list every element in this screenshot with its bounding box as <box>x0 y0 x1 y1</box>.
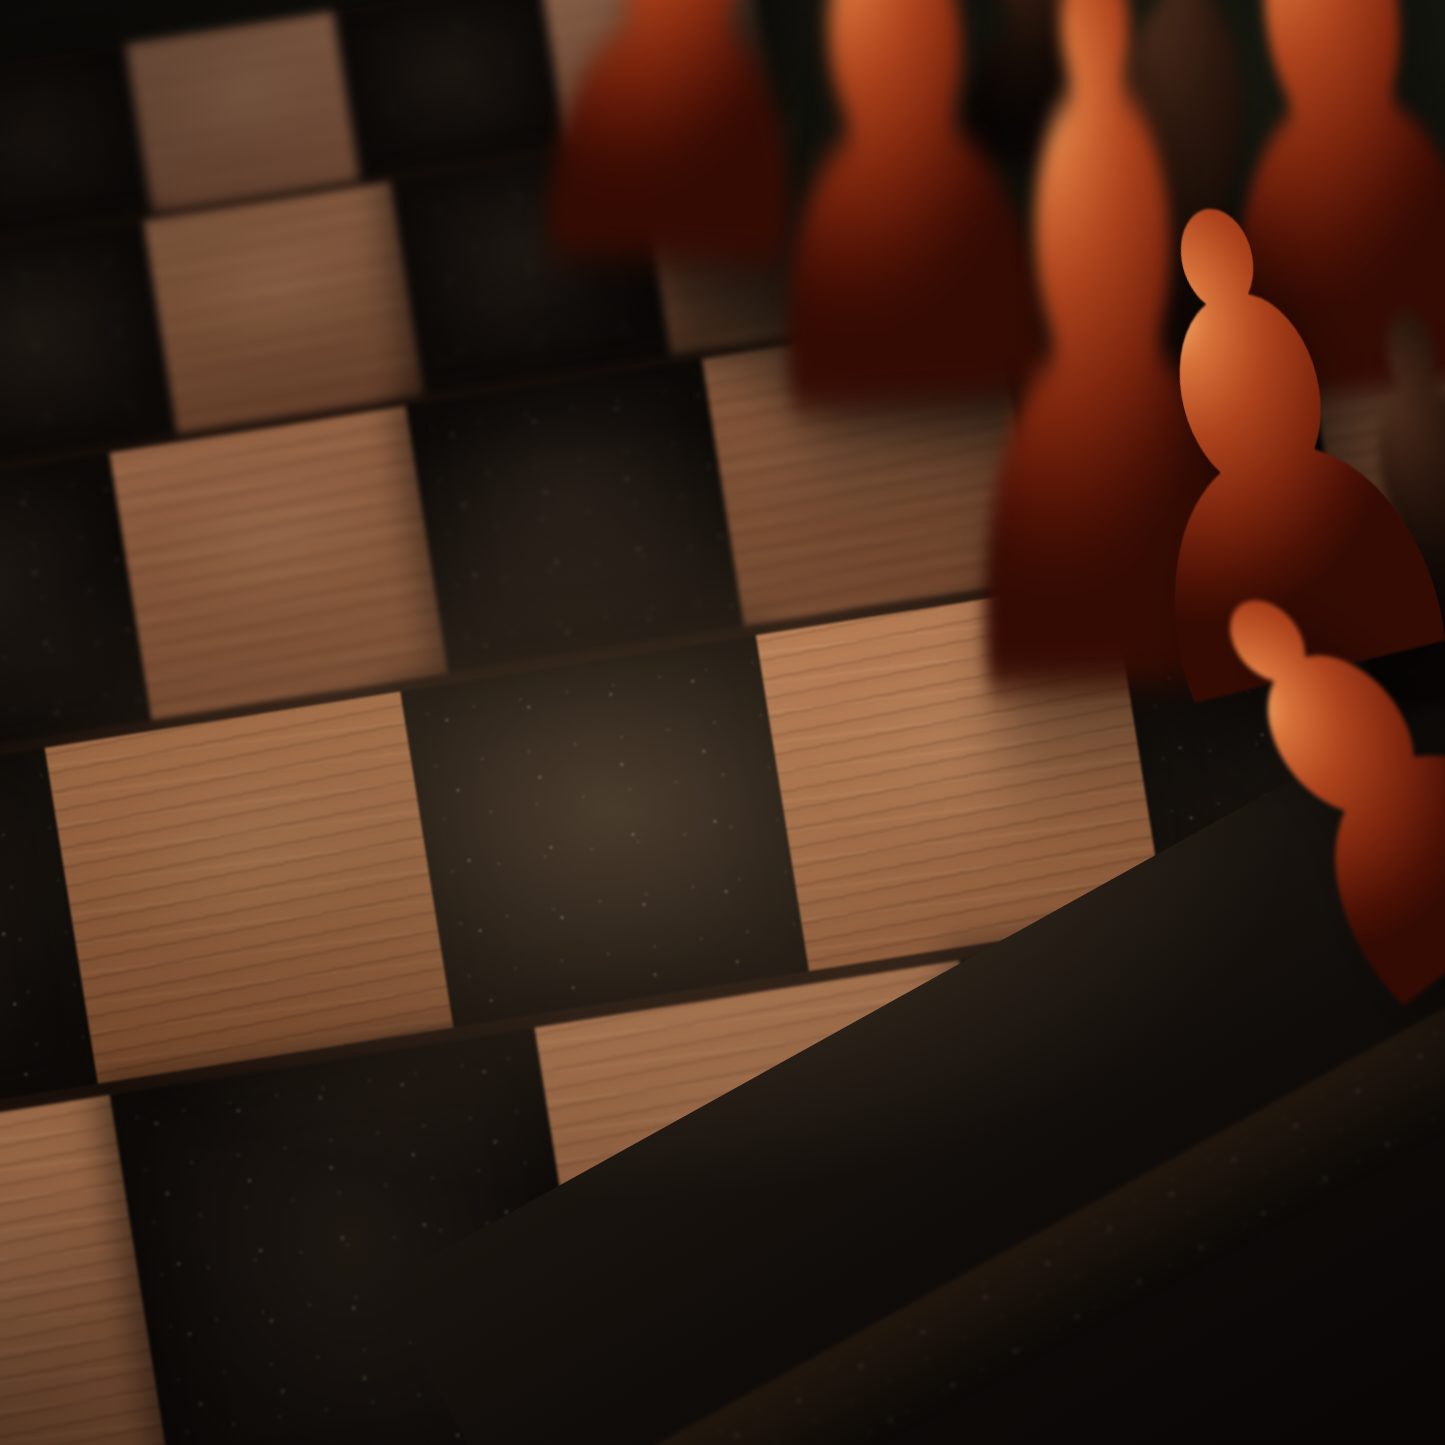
pieces-layer: ♟♟♟♟♟♟♟♟♟ <box>0 0 1445 1445</box>
chessboard-photo-scene: ♟♟♟♟♟♟♟♟♟ <box>0 0 1445 1445</box>
